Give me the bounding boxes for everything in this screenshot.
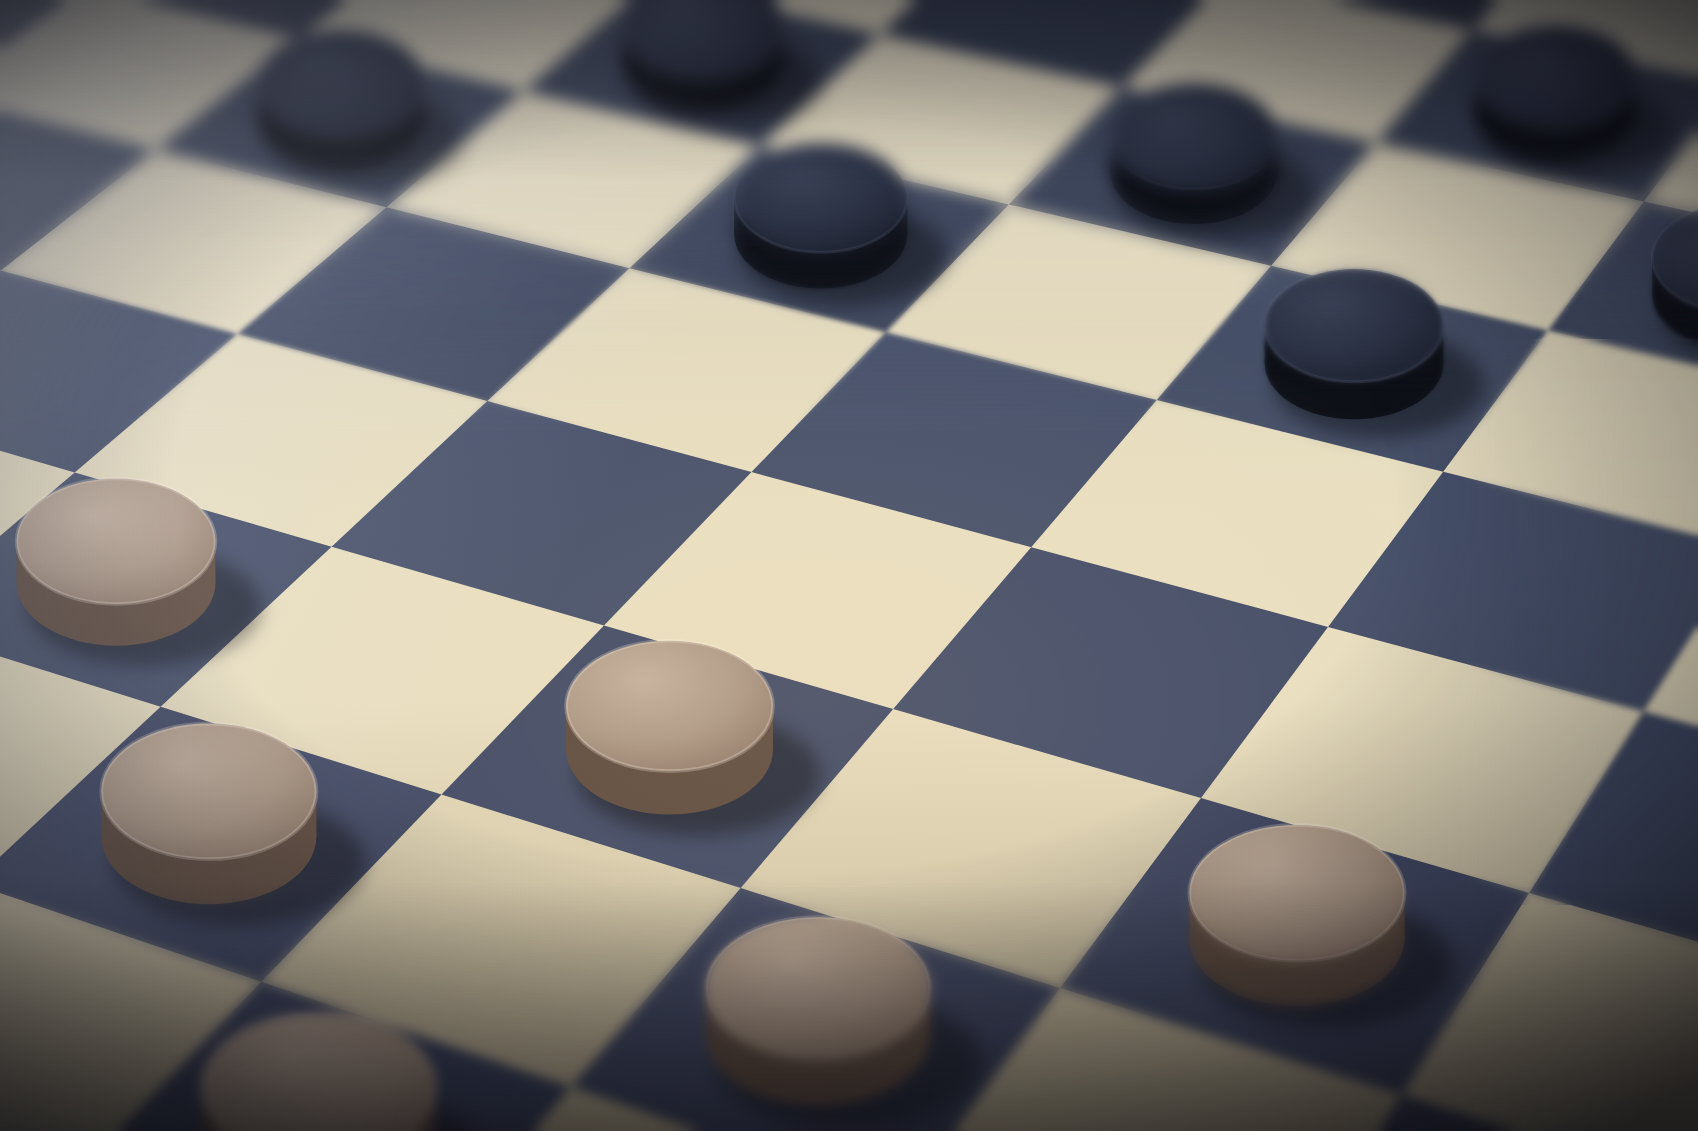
- piece-top: [17, 479, 216, 604]
- light-piece[interactable]: [17, 479, 262, 667]
- checkers-board-photo: [0, 0, 1698, 1131]
- depth-blur-right: [1460, 339, 1698, 905]
- piece-top: [566, 641, 773, 771]
- dark-square[interactable]: [332, 401, 752, 625]
- depth-blur-transition: [0, 238, 1698, 430]
- piece-top: [101, 724, 316, 860]
- light-piece[interactable]: [566, 641, 820, 836]
- depth-blur-near: [0, 871, 1698, 1131]
- dark-square[interactable]: [893, 547, 1328, 798]
